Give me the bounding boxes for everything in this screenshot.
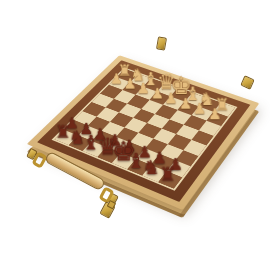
square-r4-c7[interactable] (176, 124, 199, 139)
white-pawn[interactable]: ♟ (206, 107, 222, 122)
square-r4-c4[interactable] (133, 109, 155, 123)
square-r2-c8[interactable]: ♟ (206, 111, 228, 126)
black-rook[interactable]: ♜ (158, 165, 176, 184)
brass-clasp-right-icon (240, 75, 255, 90)
chess-case-lid: ♜♞♝♛♚♝♞♜♟♟♟♟♟♟♟♟♟♟♟♟♟♟♟♟♜♞♝♛♚♝♞♜ (27, 55, 259, 210)
white-pawn[interactable]: ♟ (192, 102, 208, 117)
chess-case-scene: ♜♞♝♛♚♝♞♜♟♟♟♟♟♟♟♟♟♟♟♟♟♟♟♟♜♞♝♛♚♝♞♜ (0, 0, 270, 270)
board-border: ♜♞♝♛♚♝♞♜♟♟♟♟♟♟♟♟♟♟♟♟♟♟♟♟♜♞♝♛♚♝♞♜ (37, 60, 250, 202)
